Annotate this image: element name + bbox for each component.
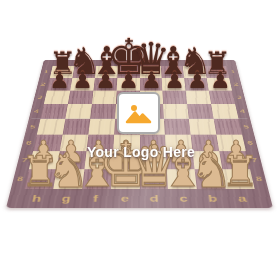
square-h3 bbox=[44, 91, 70, 105]
square-a6 bbox=[216, 134, 246, 151]
product-photo: hgfedcba 12345678 12345678 ♜♞♝♚♛♝♞♜♟♟♟♟♟… bbox=[0, 0, 280, 280]
square-g7 bbox=[57, 151, 87, 169]
square-a5 bbox=[214, 119, 242, 135]
file-label: a bbox=[226, 189, 259, 208]
square-c8 bbox=[167, 169, 197, 189]
square-h6 bbox=[33, 134, 63, 151]
square-c5 bbox=[164, 119, 191, 135]
square-d2 bbox=[140, 78, 163, 91]
square-g8 bbox=[53, 169, 84, 189]
file-label: c bbox=[168, 189, 199, 208]
square-b8 bbox=[195, 169, 226, 189]
square-f4 bbox=[90, 104, 116, 119]
square-c2 bbox=[162, 78, 186, 91]
square-b1 bbox=[183, 66, 207, 78]
square-b3 bbox=[186, 91, 211, 105]
file-label: h bbox=[20, 189, 53, 208]
square-c4 bbox=[163, 104, 189, 119]
square-d8 bbox=[140, 169, 169, 189]
square-f1 bbox=[95, 66, 118, 78]
square-g6 bbox=[60, 134, 89, 151]
rank-label: 5 bbox=[239, 119, 255, 135]
square-h1 bbox=[50, 66, 74, 78]
square-b4 bbox=[187, 104, 213, 119]
logo-placeholder bbox=[117, 92, 160, 134]
rank-label: 2 bbox=[229, 78, 243, 91]
square-h5 bbox=[37, 119, 65, 135]
square-g2 bbox=[70, 78, 95, 91]
square-a4 bbox=[211, 104, 238, 119]
square-f5 bbox=[88, 119, 115, 135]
rank-label: 6 bbox=[242, 134, 258, 151]
square-f2 bbox=[93, 78, 117, 91]
logo-placeholder-text: Your Logo Here bbox=[87, 144, 195, 160]
square-b7 bbox=[193, 151, 223, 169]
square-h2 bbox=[47, 78, 72, 91]
file-label: g bbox=[50, 189, 82, 208]
square-b5 bbox=[189, 119, 216, 135]
square-e1 bbox=[117, 66, 139, 78]
square-a8 bbox=[222, 169, 254, 189]
rank-label: 7 bbox=[246, 151, 263, 169]
image-placeholder-icon bbox=[125, 101, 152, 125]
square-a2 bbox=[207, 78, 232, 91]
file-label: f bbox=[80, 189, 111, 208]
rank-label: 3 bbox=[232, 91, 246, 105]
square-g5 bbox=[63, 119, 90, 135]
square-e2 bbox=[116, 78, 139, 91]
square-a7 bbox=[219, 151, 250, 169]
square-c1 bbox=[161, 66, 184, 78]
square-d1 bbox=[140, 66, 162, 78]
square-g3 bbox=[68, 91, 93, 105]
square-f8 bbox=[82, 169, 112, 189]
square-h4 bbox=[40, 104, 67, 119]
square-e8 bbox=[111, 169, 140, 189]
rank-label: 4 bbox=[235, 104, 250, 119]
square-h8 bbox=[24, 169, 56, 189]
rank-label: 1 bbox=[226, 66, 239, 78]
square-g4 bbox=[65, 104, 91, 119]
file-labels-bottom: hgfedcba bbox=[20, 189, 259, 208]
file-label: b bbox=[197, 189, 229, 208]
square-c3 bbox=[163, 91, 188, 105]
square-a1 bbox=[205, 66, 229, 78]
square-h7 bbox=[29, 151, 60, 169]
file-label: d bbox=[140, 189, 170, 208]
square-b2 bbox=[184, 78, 209, 91]
file-label: e bbox=[110, 189, 140, 208]
square-g1 bbox=[72, 66, 96, 78]
square-a3 bbox=[209, 91, 235, 105]
square-f3 bbox=[92, 91, 117, 105]
